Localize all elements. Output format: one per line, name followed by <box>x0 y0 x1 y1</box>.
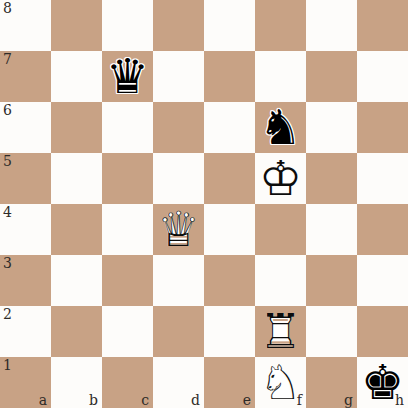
square-a8[interactable]: 8 <box>0 0 51 51</box>
square-e4[interactable] <box>204 204 255 255</box>
square-f1[interactable]: f♞♘ <box>255 357 306 408</box>
piece-black-queen-c7[interactable]: ♛ <box>102 51 153 102</box>
square-d5[interactable] <box>153 153 204 204</box>
square-h5[interactable] <box>357 153 408 204</box>
square-b2[interactable] <box>51 306 102 357</box>
square-h6[interactable] <box>357 102 408 153</box>
square-e6[interactable] <box>204 102 255 153</box>
square-e7[interactable] <box>204 51 255 102</box>
square-a6[interactable]: 6 <box>0 102 51 153</box>
square-d7[interactable] <box>153 51 204 102</box>
square-a7[interactable]: 7 <box>0 51 51 102</box>
white-rook-outline-glyph: ♖ <box>255 306 306 357</box>
square-f5[interactable]: ♚♔ <box>255 153 306 204</box>
square-d3[interactable] <box>153 255 204 306</box>
square-a5[interactable]: 5 <box>0 153 51 204</box>
rank-label-7: 7 <box>3 51 12 68</box>
square-a3[interactable]: 3 <box>0 255 51 306</box>
square-b3[interactable] <box>51 255 102 306</box>
file-label-e: e <box>243 392 251 408</box>
square-g8[interactable] <box>306 0 357 51</box>
square-b4[interactable] <box>51 204 102 255</box>
square-g2[interactable] <box>306 306 357 357</box>
rank-label-5: 5 <box>3 153 12 170</box>
white-king-outline-glyph: ♔ <box>255 153 306 204</box>
square-g7[interactable] <box>306 51 357 102</box>
rank-label-4: 4 <box>3 204 12 221</box>
square-f7[interactable] <box>255 51 306 102</box>
piece-white-king-f5[interactable]: ♚♔ <box>255 153 306 204</box>
square-g4[interactable] <box>306 204 357 255</box>
white-knight-outline-glyph: ♘ <box>255 357 306 408</box>
square-e1[interactable]: e <box>204 357 255 408</box>
square-b7[interactable] <box>51 51 102 102</box>
white-queen-outline-glyph: ♕ <box>153 204 204 255</box>
square-h7[interactable] <box>357 51 408 102</box>
square-b1[interactable]: b <box>51 357 102 408</box>
piece-white-rook-f2[interactable]: ♜♖ <box>255 306 306 357</box>
piece-white-queen-d4[interactable]: ♛♕ <box>153 204 204 255</box>
square-h2[interactable] <box>357 306 408 357</box>
square-f4[interactable] <box>255 204 306 255</box>
chess-board: 87♛6♞5♚♔4♛♕32♜♖1abcdef♞♘gh♚ <box>0 0 408 408</box>
square-b5[interactable] <box>51 153 102 204</box>
piece-black-king-h1[interactable]: ♚ <box>357 357 408 408</box>
square-c7[interactable]: ♛ <box>102 51 153 102</box>
piece-white-knight-f1[interactable]: ♞♘ <box>255 357 306 408</box>
square-a1[interactable]: 1a <box>0 357 51 408</box>
file-label-c: c <box>141 392 149 408</box>
square-d6[interactable] <box>153 102 204 153</box>
square-c1[interactable]: c <box>102 357 153 408</box>
square-a2[interactable]: 2 <box>0 306 51 357</box>
square-c3[interactable] <box>102 255 153 306</box>
square-e5[interactable] <box>204 153 255 204</box>
square-b6[interactable] <box>51 102 102 153</box>
rank-label-8: 8 <box>3 0 12 17</box>
square-d1[interactable]: d <box>153 357 204 408</box>
square-d4[interactable]: ♛♕ <box>153 204 204 255</box>
square-h1[interactable]: h♚ <box>357 357 408 408</box>
square-h3[interactable] <box>357 255 408 306</box>
rank-label-1: 1 <box>3 357 12 374</box>
rank-label-6: 6 <box>3 102 12 119</box>
square-e3[interactable] <box>204 255 255 306</box>
file-label-g: g <box>344 392 353 408</box>
square-h4[interactable] <box>357 204 408 255</box>
file-label-d: d <box>191 392 200 408</box>
rank-label-3: 3 <box>3 255 12 272</box>
square-c5[interactable] <box>102 153 153 204</box>
square-g5[interactable] <box>306 153 357 204</box>
piece-black-knight-f6[interactable]: ♞ <box>255 102 306 153</box>
square-g1[interactable]: g <box>306 357 357 408</box>
square-f6[interactable]: ♞ <box>255 102 306 153</box>
square-c4[interactable] <box>102 204 153 255</box>
rank-label-2: 2 <box>3 306 12 323</box>
square-g3[interactable] <box>306 255 357 306</box>
square-d8[interactable] <box>153 0 204 51</box>
square-f8[interactable] <box>255 0 306 51</box>
square-e8[interactable] <box>204 0 255 51</box>
square-f3[interactable] <box>255 255 306 306</box>
square-b8[interactable] <box>51 0 102 51</box>
square-f2[interactable]: ♜♖ <box>255 306 306 357</box>
square-c2[interactable] <box>102 306 153 357</box>
square-h8[interactable] <box>357 0 408 51</box>
square-c8[interactable] <box>102 0 153 51</box>
square-d2[interactable] <box>153 306 204 357</box>
square-g6[interactable] <box>306 102 357 153</box>
file-label-b: b <box>89 392 98 408</box>
square-a4[interactable]: 4 <box>0 204 51 255</box>
square-c6[interactable] <box>102 102 153 153</box>
file-label-a: a <box>39 392 47 408</box>
square-e2[interactable] <box>204 306 255 357</box>
